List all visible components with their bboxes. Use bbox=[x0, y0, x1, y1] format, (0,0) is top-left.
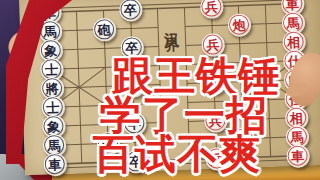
piece-black-cannon[interactable]: 砲 bbox=[92, 17, 116, 41]
piece-red-rook[interactable]: 車 bbox=[286, 144, 310, 168]
piece-red-cannon[interactable]: 炮 bbox=[227, 13, 251, 37]
piece-red-soldier[interactable]: 兵 bbox=[199, 0, 223, 19]
piece-black-rook[interactable]: 車 bbox=[43, 152, 67, 176]
video-thumbnail: 汉界 車馬象士將士象馬車砲砲卒卒卒卒卒兵兵兵兵兵炮炮車馬相仕帥仕相馬車 跟王铁锤… bbox=[0, 0, 320, 180]
overlay-text-line-2: 学了一招 bbox=[100, 95, 268, 136]
overlay-text-line-1: 跟王铁锤 bbox=[112, 56, 280, 97]
piece-black-soldier[interactable]: 卒 bbox=[119, 0, 143, 21]
overlay-text-line-3: 百试不爽 bbox=[93, 134, 261, 175]
